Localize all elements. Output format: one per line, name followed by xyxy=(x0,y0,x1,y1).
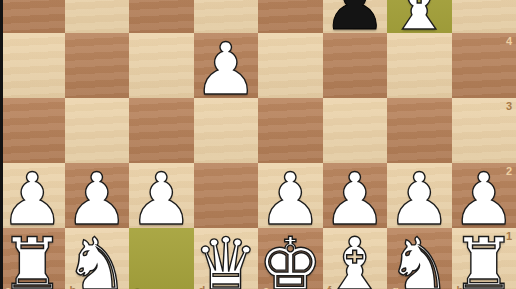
square-h5[interactable] xyxy=(452,0,516,33)
rank-label-2: 2 xyxy=(506,166,512,177)
square-a1[interactable]: ♜a xyxy=(0,228,65,289)
square-c3[interactable] xyxy=(129,98,194,163)
square-c1[interactable]: c xyxy=(129,228,194,289)
piece-white-rook[interactable]: ♜ xyxy=(0,228,65,289)
square-g3[interactable] xyxy=(387,98,452,163)
square-g1[interactable]: ♞g xyxy=(387,228,452,289)
square-g4[interactable] xyxy=(387,33,452,98)
file-label-h: h xyxy=(457,285,464,289)
square-a2[interactable]: ♟ xyxy=(0,163,65,228)
rank-label-3: 3 xyxy=(506,101,512,112)
square-g5[interactable]: ♝ xyxy=(387,0,452,33)
square-h2[interactable]: ♟2 xyxy=(452,163,516,228)
square-f3[interactable] xyxy=(323,98,388,163)
left-edge-bar xyxy=(0,0,3,289)
square-h4[interactable]: 4 xyxy=(452,33,516,98)
square-b2[interactable]: ♟ xyxy=(65,163,130,228)
square-f2[interactable]: ♟ xyxy=(323,163,388,228)
square-g2[interactable]: ♟ xyxy=(387,163,452,228)
piece-white-king[interactable]: ♚ xyxy=(258,228,323,289)
file-label-e: e xyxy=(263,285,269,289)
file-label-f: f xyxy=(328,285,332,289)
rank-label-1: 1 xyxy=(506,231,512,242)
square-c2[interactable]: ♟ xyxy=(129,163,194,228)
square-c5[interactable] xyxy=(129,0,194,33)
square-h3[interactable]: 3 xyxy=(452,98,516,163)
file-label-d: d xyxy=(199,285,206,289)
square-e2[interactable]: ♟ xyxy=(258,163,323,228)
piece-white-knight[interactable]: ♞ xyxy=(387,228,452,289)
rank-label-4: 4 xyxy=(506,36,512,47)
piece-white-knight[interactable]: ♞ xyxy=(64,228,129,289)
square-f1[interactable]: ♝f xyxy=(323,228,388,289)
square-d4[interactable]: ♟ xyxy=(194,33,259,98)
square-a3[interactable] xyxy=(0,98,65,163)
square-e4[interactable] xyxy=(258,33,323,98)
file-label-b: b xyxy=(70,285,77,289)
square-h1[interactable]: ♜1h xyxy=(452,228,516,289)
chess-board: ♟♝♟43♟♟♟♟♟♟♟2♜a♞bc♛d♚e♝f♞g♜1h xyxy=(0,0,516,289)
square-d2[interactable] xyxy=(194,163,259,228)
square-a5[interactable] xyxy=(0,0,65,33)
square-b3[interactable] xyxy=(65,98,130,163)
square-f5[interactable]: ♟ xyxy=(323,0,388,33)
piece-white-bishop[interactable]: ♝ xyxy=(322,228,387,289)
board-grid: ♟♝♟43♟♟♟♟♟♟♟2♜a♞bc♛d♚e♝f♞g♜1h xyxy=(0,0,516,289)
file-label-c: c xyxy=(134,285,140,289)
square-c4[interactable] xyxy=(129,33,194,98)
square-e1[interactable]: ♚e xyxy=(258,228,323,289)
piece-white-pawn[interactable]: ♟ xyxy=(193,33,258,105)
square-e5[interactable] xyxy=(258,0,323,33)
square-d1[interactable]: ♛d xyxy=(194,228,259,289)
square-f4[interactable] xyxy=(323,33,388,98)
piece-white-queen[interactable]: ♛ xyxy=(193,228,258,289)
square-b4[interactable] xyxy=(65,33,130,98)
square-d3[interactable] xyxy=(194,98,259,163)
square-b1[interactable]: ♞b xyxy=(65,228,130,289)
piece-white-pawn[interactable]: ♟ xyxy=(129,163,194,235)
file-label-g: g xyxy=(392,285,399,289)
square-b5[interactable] xyxy=(65,0,130,33)
square-a4[interactable] xyxy=(0,33,65,98)
file-label-a: a xyxy=(5,285,11,289)
square-e3[interactable] xyxy=(258,98,323,163)
